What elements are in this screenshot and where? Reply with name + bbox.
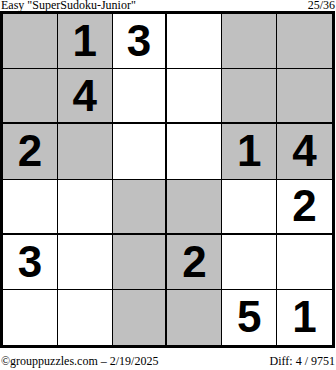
cell-r2c4[interactable]	[167, 69, 222, 124]
remaining-counter: 25/36	[308, 0, 335, 11]
cell-r2c3[interactable]	[113, 69, 168, 124]
cell-r6c3[interactable]	[113, 290, 168, 345]
cell-r1c3[interactable]: 3	[113, 14, 168, 69]
cell-r3c5[interactable]: 1	[222, 124, 277, 179]
puzzle-title: Easy "SuperSudoku-Junior"	[1, 0, 136, 11]
footer-bar: ©grouppuzzles.com – 2/19/2025 Diff: 4 / …	[1, 354, 335, 368]
cell-r5c6[interactable]	[277, 235, 332, 290]
cell-r4c1[interactable]	[3, 180, 58, 235]
cell-r3c1[interactable]: 2	[3, 124, 58, 179]
cell-r5c1[interactable]: 3	[3, 235, 58, 290]
sudoku-grid: 13421423251	[0, 11, 335, 348]
cell-r1c4[interactable]	[167, 14, 222, 69]
cell-r3c2[interactable]	[58, 124, 113, 179]
header-bar: Easy "SuperSudoku-Junior" 25/36	[1, 0, 335, 11]
cell-r2c6[interactable]	[277, 69, 332, 124]
cell-r1c5[interactable]	[222, 14, 277, 69]
cell-r6c2[interactable]	[58, 290, 113, 345]
cell-r5c2[interactable]	[58, 235, 113, 290]
cell-r5c4[interactable]: 2	[167, 235, 222, 290]
cell-r4c4[interactable]	[167, 180, 222, 235]
cell-r4c5[interactable]	[222, 180, 277, 235]
cell-r4c3[interactable]	[113, 180, 168, 235]
cell-r6c5[interactable]: 5	[222, 290, 277, 345]
cell-r6c4[interactable]	[167, 290, 222, 345]
cell-r1c2[interactable]: 1	[58, 14, 113, 69]
difficulty-label: Diff: 4 / 9751	[270, 354, 335, 368]
cell-r3c6[interactable]: 4	[277, 124, 332, 179]
cell-r4c6[interactable]: 2	[277, 180, 332, 235]
cell-r3c3[interactable]	[113, 124, 168, 179]
cell-r1c6[interactable]	[277, 14, 332, 69]
copyright-date: ©grouppuzzles.com – 2/19/2025	[1, 354, 158, 368]
cell-r4c2[interactable]	[58, 180, 113, 235]
cell-r6c1[interactable]	[3, 290, 58, 345]
cell-r5c3[interactable]	[113, 235, 168, 290]
cell-r3c4[interactable]	[167, 124, 222, 179]
cell-r2c5[interactable]	[222, 69, 277, 124]
cell-r2c1[interactable]	[3, 69, 58, 124]
cell-r1c1[interactable]	[3, 14, 58, 69]
cell-r6c6[interactable]: 1	[277, 290, 332, 345]
cell-r5c5[interactable]	[222, 235, 277, 290]
cell-r2c2[interactable]: 4	[58, 69, 113, 124]
